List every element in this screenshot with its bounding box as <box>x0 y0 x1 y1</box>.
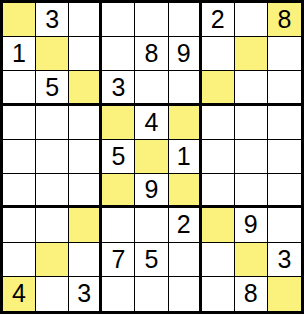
cell-r8c2[interactable] <box>36 243 69 277</box>
cell-r6c2[interactable] <box>36 174 69 208</box>
cell-r8c9[interactable]: 3 <box>268 243 301 277</box>
cell-r9c7[interactable] <box>202 277 235 311</box>
cell-r9c8[interactable]: 8 <box>235 277 268 311</box>
sudoku-screen: 32818953451929753438 <box>0 0 304 320</box>
cell-r6c5[interactable]: 9 <box>135 174 168 208</box>
cell-r9c3[interactable]: 3 <box>69 277 102 311</box>
cell-r2c2[interactable] <box>36 37 69 71</box>
given-digit: 5 <box>111 144 125 169</box>
cell-r7c1[interactable] <box>3 208 36 242</box>
cell-r5c9[interactable] <box>268 140 301 174</box>
cell-r4c8[interactable] <box>235 106 268 140</box>
cell-r6c9[interactable] <box>268 174 301 208</box>
cell-r4c4[interactable] <box>102 106 135 140</box>
cell-r3c5[interactable] <box>135 71 168 105</box>
cell-r4c3[interactable] <box>69 106 102 140</box>
given-digit: 3 <box>277 247 291 272</box>
cell-r9c5[interactable] <box>135 277 168 311</box>
cell-r9c2[interactable] <box>36 277 69 311</box>
given-digit: 8 <box>244 281 258 306</box>
cell-r1c7[interactable]: 2 <box>202 3 235 37</box>
cell-r8c8[interactable] <box>235 243 268 277</box>
cell-r7c2[interactable] <box>36 208 69 242</box>
given-digit: 9 <box>244 212 258 237</box>
cell-r3c7[interactable] <box>202 71 235 105</box>
cell-r5c4[interactable]: 5 <box>102 140 135 174</box>
cell-r4c2[interactable] <box>36 106 69 140</box>
cell-r3c4[interactable]: 3 <box>102 71 135 105</box>
cell-r7c5[interactable] <box>135 208 168 242</box>
cell-r5c5[interactable] <box>135 140 168 174</box>
cell-r4c9[interactable] <box>268 106 301 140</box>
cell-r3c3[interactable] <box>69 71 102 105</box>
cell-r3c2[interactable]: 5 <box>36 71 69 105</box>
cell-r8c4[interactable]: 7 <box>102 243 135 277</box>
cell-r1c9[interactable]: 8 <box>268 3 301 37</box>
given-digit: 3 <box>45 7 59 32</box>
cell-r8c7[interactable] <box>202 243 235 277</box>
cell-r8c5[interactable]: 5 <box>135 243 168 277</box>
cell-r3c6[interactable] <box>169 71 202 105</box>
cell-r2c1[interactable]: 1 <box>3 37 36 71</box>
given-digit: 8 <box>145 41 159 66</box>
given-digit: 1 <box>12 41 26 66</box>
cell-r3c8[interactable] <box>235 71 268 105</box>
cell-r6c7[interactable] <box>202 174 235 208</box>
cell-r6c3[interactable] <box>69 174 102 208</box>
cell-r1c4[interactable] <box>102 3 135 37</box>
cell-r8c3[interactable] <box>69 243 102 277</box>
given-digit: 3 <box>111 75 125 100</box>
cell-r6c4[interactable] <box>102 174 135 208</box>
cell-r3c1[interactable] <box>3 71 36 105</box>
cell-r5c7[interactable] <box>202 140 235 174</box>
given-digit: 4 <box>145 110 159 135</box>
given-digit: 9 <box>145 177 159 202</box>
cell-r5c3[interactable] <box>69 140 102 174</box>
cell-r5c1[interactable] <box>3 140 36 174</box>
cell-r9c9[interactable] <box>268 277 301 311</box>
cell-r7c6[interactable]: 2 <box>169 208 202 242</box>
cell-r7c9[interactable] <box>268 208 301 242</box>
given-digit: 8 <box>277 7 291 32</box>
cell-r1c2[interactable]: 3 <box>36 3 69 37</box>
cell-r7c8[interactable]: 9 <box>235 208 268 242</box>
given-digit: 7 <box>111 247 125 272</box>
given-digit: 9 <box>177 41 191 66</box>
cell-r2c3[interactable] <box>69 37 102 71</box>
given-digit: 5 <box>145 247 159 272</box>
cell-r2c4[interactable] <box>102 37 135 71</box>
given-digit: 4 <box>12 281 26 306</box>
given-digit: 2 <box>177 212 191 237</box>
given-digit: 3 <box>77 281 91 306</box>
cell-r2c5[interactable]: 8 <box>135 37 168 71</box>
given-digit: 2 <box>211 7 225 32</box>
cell-r2c8[interactable] <box>235 37 268 71</box>
cell-r8c1[interactable] <box>3 243 36 277</box>
cell-r1c5[interactable] <box>135 3 168 37</box>
cell-r6c8[interactable] <box>235 174 268 208</box>
cell-r9c4[interactable] <box>102 277 135 311</box>
cell-r7c3[interactable] <box>69 208 102 242</box>
cell-r1c3[interactable] <box>69 3 102 37</box>
sudoku-board: 32818953451929753438 <box>0 0 304 314</box>
cell-r1c6[interactable] <box>169 3 202 37</box>
cell-r9c6[interactable] <box>169 277 202 311</box>
given-digit: 1 <box>177 144 191 169</box>
cell-r5c2[interactable] <box>36 140 69 174</box>
cell-r7c4[interactable] <box>102 208 135 242</box>
given-digit: 5 <box>45 75 59 100</box>
cell-r4c6[interactable] <box>169 106 202 140</box>
cell-r1c8[interactable] <box>235 3 268 37</box>
cell-r3c9[interactable] <box>268 71 301 105</box>
cell-r9c1[interactable]: 4 <box>3 277 36 311</box>
cell-r2c6[interactable]: 9 <box>169 37 202 71</box>
cell-r7c7[interactable] <box>202 208 235 242</box>
cell-r8c6[interactable] <box>169 243 202 277</box>
cell-r2c9[interactable] <box>268 37 301 71</box>
cell-r4c5[interactable]: 4 <box>135 106 168 140</box>
cell-r2c7[interactable] <box>202 37 235 71</box>
cell-r5c8[interactable] <box>235 140 268 174</box>
cell-r6c1[interactable] <box>3 174 36 208</box>
cell-r4c1[interactable] <box>3 106 36 140</box>
cell-r6c6[interactable] <box>169 174 202 208</box>
cell-r1c1[interactable] <box>3 3 36 37</box>
cell-r5c6[interactable]: 1 <box>169 140 202 174</box>
cell-r4c7[interactable] <box>202 106 235 140</box>
